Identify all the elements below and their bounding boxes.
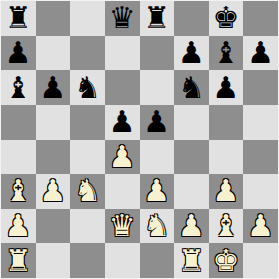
square-f1[interactable]: ♜	[174, 243, 209, 278]
square-e5[interactable]: ♟	[140, 105, 175, 140]
square-d7[interactable]	[105, 36, 140, 71]
square-c6[interactable]: ♞	[70, 70, 105, 105]
piece-white-pawn[interactable]: ♟	[213, 176, 240, 206]
square-b8[interactable]	[36, 1, 71, 36]
piece-white-bishop[interactable]: ♝	[213, 211, 240, 241]
piece-white-pawn[interactable]: ♟	[143, 176, 170, 206]
square-a5[interactable]	[1, 105, 36, 140]
piece-white-bishop[interactable]: ♝	[5, 176, 32, 206]
piece-white-pawn[interactable]: ♟	[5, 211, 32, 241]
square-h4[interactable]	[243, 140, 278, 175]
square-g4[interactable]	[209, 140, 244, 175]
piece-white-king[interactable]: ♚	[213, 246, 240, 276]
square-d8[interactable]: ♛	[105, 1, 140, 36]
piece-black-rook[interactable]: ♜	[5, 3, 32, 33]
piece-black-queen[interactable]: ♛	[109, 3, 136, 33]
square-b4[interactable]	[36, 140, 71, 175]
square-e3[interactable]: ♟	[140, 174, 175, 209]
square-d3[interactable]	[105, 174, 140, 209]
square-c5[interactable]	[70, 105, 105, 140]
piece-black-pawn[interactable]: ♟	[143, 107, 170, 137]
piece-black-knight[interactable]: ♞	[74, 73, 101, 103]
square-d5[interactable]: ♟	[105, 105, 140, 140]
piece-white-pawn[interactable]: ♟	[247, 211, 274, 241]
square-f8[interactable]	[174, 1, 209, 36]
square-a1[interactable]: ♜	[1, 243, 36, 278]
square-d4[interactable]: ♟	[105, 140, 140, 175]
square-g6[interactable]: ♟	[209, 70, 244, 105]
square-f7[interactable]: ♟	[174, 36, 209, 71]
square-f2[interactable]: ♟	[174, 209, 209, 244]
piece-white-knight[interactable]: ♞	[74, 176, 101, 206]
square-h6[interactable]	[243, 70, 278, 105]
piece-black-king[interactable]: ♚	[213, 3, 240, 33]
square-h5[interactable]	[243, 105, 278, 140]
piece-black-bishop[interactable]: ♝	[213, 38, 240, 68]
piece-black-rook[interactable]: ♜	[143, 3, 170, 33]
piece-white-queen[interactable]: ♛	[109, 211, 136, 241]
piece-black-pawn[interactable]: ♟	[247, 38, 274, 68]
piece-white-rook[interactable]: ♜	[5, 246, 32, 276]
square-b3[interactable]: ♟	[36, 174, 71, 209]
square-h7[interactable]: ♟	[243, 36, 278, 71]
square-g1[interactable]: ♚	[209, 243, 244, 278]
piece-white-rook[interactable]: ♜	[178, 246, 205, 276]
piece-white-pawn[interactable]: ♟	[39, 176, 66, 206]
piece-black-bishop[interactable]: ♝	[5, 73, 32, 103]
square-a7[interactable]: ♟	[1, 36, 36, 71]
piece-white-knight[interactable]: ♞	[143, 211, 170, 241]
square-f5[interactable]	[174, 105, 209, 140]
square-a6[interactable]: ♝	[1, 70, 36, 105]
piece-black-knight[interactable]: ♞	[178, 73, 205, 103]
square-c7[interactable]	[70, 36, 105, 71]
piece-white-pawn[interactable]: ♟	[109, 142, 136, 172]
square-c2[interactable]	[70, 209, 105, 244]
square-g8[interactable]: ♚	[209, 1, 244, 36]
piece-black-pawn[interactable]: ♟	[213, 73, 240, 103]
square-e4[interactable]	[140, 140, 175, 175]
square-d2[interactable]: ♛	[105, 209, 140, 244]
square-g2[interactable]: ♝	[209, 209, 244, 244]
square-c4[interactable]	[70, 140, 105, 175]
square-g7[interactable]: ♝	[209, 36, 244, 71]
chess-board-frame: ♜♛♜♚♟♟♝♟♝♟♞♞♟♟♟♟♝♟♞♟♟♟♛♞♟♝♟♜♜♚	[0, 0, 279, 279]
square-a8[interactable]: ♜	[1, 1, 36, 36]
square-g3[interactable]: ♟	[209, 174, 244, 209]
square-f6[interactable]: ♞	[174, 70, 209, 105]
piece-black-pawn[interactable]: ♟	[5, 38, 32, 68]
square-g5[interactable]	[209, 105, 244, 140]
square-a4[interactable]	[1, 140, 36, 175]
square-d6[interactable]	[105, 70, 140, 105]
square-h3[interactable]	[243, 174, 278, 209]
piece-black-pawn[interactable]: ♟	[109, 107, 136, 137]
square-f3[interactable]	[174, 174, 209, 209]
square-c8[interactable]	[70, 1, 105, 36]
piece-black-pawn[interactable]: ♟	[39, 73, 66, 103]
square-a3[interactable]: ♝	[1, 174, 36, 209]
square-c3[interactable]: ♞	[70, 174, 105, 209]
chess-board: ♜♛♜♚♟♟♝♟♝♟♞♞♟♟♟♟♝♟♞♟♟♟♛♞♟♝♟♜♜♚	[1, 1, 278, 278]
square-e1[interactable]	[140, 243, 175, 278]
square-b1[interactable]	[36, 243, 71, 278]
square-f4[interactable]	[174, 140, 209, 175]
square-b5[interactable]	[36, 105, 71, 140]
square-h1[interactable]	[243, 243, 278, 278]
piece-white-pawn[interactable]: ♟	[178, 211, 205, 241]
square-e8[interactable]: ♜	[140, 1, 175, 36]
square-h2[interactable]: ♟	[243, 209, 278, 244]
square-c1[interactable]	[70, 243, 105, 278]
piece-black-pawn[interactable]: ♟	[178, 38, 205, 68]
square-e6[interactable]	[140, 70, 175, 105]
square-d1[interactable]	[105, 243, 140, 278]
square-b7[interactable]	[36, 36, 71, 71]
square-b2[interactable]	[36, 209, 71, 244]
square-e7[interactable]	[140, 36, 175, 71]
square-e2[interactable]: ♞	[140, 209, 175, 244]
square-h8[interactable]	[243, 1, 278, 36]
square-b6[interactable]: ♟	[36, 70, 71, 105]
square-a2[interactable]: ♟	[1, 209, 36, 244]
